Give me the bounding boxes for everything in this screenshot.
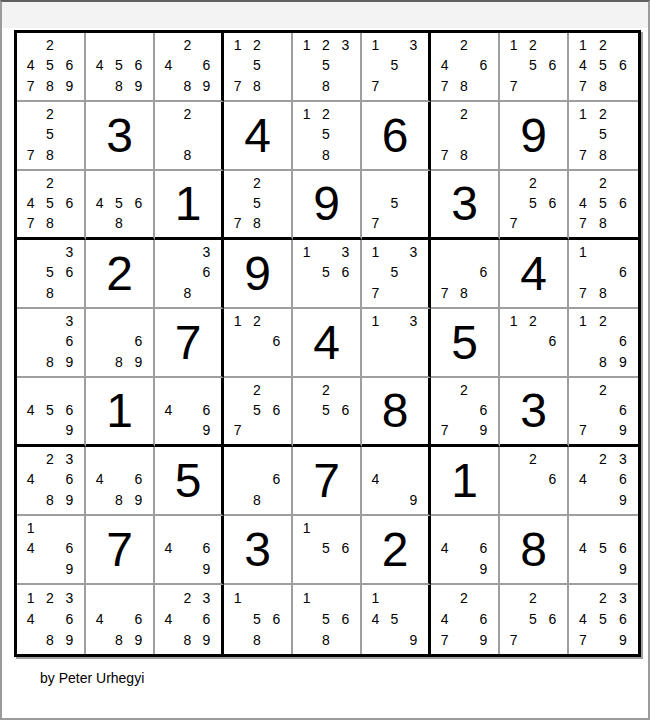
empty-mark-slot [454,629,473,650]
cell-r6c6[interactable]: 8 [362,378,431,447]
candidate-digit: 3 [404,242,423,262]
empty-mark-slot [543,490,562,510]
empty-mark-slot [90,35,109,55]
solved-digit: 4 [224,102,291,169]
cell-r4c4[interactable]: 9 [224,240,293,309]
cell-r1c6[interactable]: 1357 [362,33,431,102]
candidate-digit: 9 [197,629,216,650]
empty-mark-slot [474,145,493,165]
candidate-digit: 6 [613,262,633,282]
pencil-marks: 368 [155,240,221,307]
cell-r1c4[interactable]: 12578 [224,33,293,102]
cell-r5c5[interactable]: 4 [293,309,362,378]
pencil-marks: 2578 [224,171,291,237]
candidate-digit: 7 [435,629,454,650]
candidate-digit: 8 [247,213,266,233]
empty-mark-slot [109,35,128,55]
candidate-digit: 1 [573,311,593,331]
candidate-digit: 5 [385,193,404,213]
candidate-digit: 2 [523,311,542,331]
cell-r5c2[interactable]: 689 [86,309,155,378]
candidate-digit: 9 [404,629,423,650]
cell-r6c8[interactable]: 3 [500,378,569,447]
cell-r9c3[interactable]: 234689 [155,585,224,654]
candidate-digit: 8 [593,76,613,96]
cell-r3c4[interactable]: 2578 [224,171,293,240]
cell-r4c8[interactable]: 4 [500,240,569,309]
solved-digit: 3 [224,516,291,583]
empty-mark-slot [297,420,316,440]
empty-mark-slot [21,242,40,262]
empty-mark-slot [316,420,335,440]
pencil-marks: 1469 [17,516,84,583]
empty-mark-slot [228,449,247,469]
candidate-digit: 6 [543,193,562,213]
empty-mark-slot [228,331,247,351]
cell-r7c3[interactable]: 5 [155,447,224,516]
candidate-digit: 7 [573,283,593,303]
empty-mark-slot [247,469,266,489]
empty-mark-slot [109,331,128,351]
candidate-digit: 7 [21,76,40,96]
cell-r4c6[interactable]: 1357 [362,240,431,309]
cell-r5c6[interactable]: 13 [362,309,431,378]
empty-mark-slot [228,193,247,213]
empty-mark-slot [90,352,109,372]
empty-mark-slot [159,283,178,303]
pencil-marks: 2578 [17,102,84,169]
candidate-digit: 4 [90,608,109,629]
candidate-digit: 6 [60,331,79,351]
candidate-digit: 6 [197,400,216,420]
cell-r9c5[interactable]: 1568 [293,585,362,654]
candidate-digit: 2 [454,587,473,608]
empty-mark-slot [159,242,178,262]
cell-r3c6[interactable]: 57 [362,171,431,240]
empty-mark-slot [613,213,633,233]
cell-r8c8[interactable]: 8 [500,516,569,585]
candidate-digit: 2 [178,35,197,55]
empty-mark-slot [543,311,562,331]
cell-r4c9[interactable]: 1678 [569,240,638,309]
candidate-digit: 8 [178,629,197,650]
empty-mark-slot [60,518,79,538]
empty-mark-slot [297,400,316,420]
cell-r5c4[interactable]: 126 [224,309,293,378]
empty-mark-slot [178,55,197,75]
empty-mark-slot [435,35,454,55]
candidate-digit: 9 [613,629,633,650]
candidate-digit: 9 [613,559,633,579]
candidate-digit: 7 [435,283,454,303]
cell-r5c1[interactable]: 3689 [17,309,86,378]
empty-mark-slot [316,518,335,538]
candidate-digit: 4 [21,193,40,213]
candidate-digit: 9 [474,420,493,440]
empty-mark-slot [435,262,454,282]
solved-digit: 8 [500,516,567,583]
cell-r6c4[interactable]: 2567 [224,378,293,447]
candidate-digit: 9 [613,352,633,372]
candidate-digit: 4 [573,608,593,629]
solved-digit: 2 [86,240,153,307]
solved-digit: 9 [224,240,291,307]
cell-r9c6[interactable]: 1459 [362,585,431,654]
empty-mark-slot [385,587,404,608]
solved-digit: 1 [431,447,498,514]
empty-mark-slot [178,420,197,440]
candidate-digit: 8 [40,213,59,233]
candidate-digit: 2 [40,449,59,469]
cell-r8c2[interactable]: 7 [86,516,155,585]
cell-r1c5[interactable]: 12358 [293,33,362,102]
cell-r8c6[interactable]: 2 [362,516,431,585]
empty-mark-slot [228,352,247,372]
empty-mark-slot [336,420,355,440]
empty-mark-slot [159,76,178,96]
cell-r9c8[interactable]: 2567 [500,585,569,654]
candidate-digit: 6 [543,608,562,629]
candidate-digit: 2 [454,104,473,124]
empty-mark-slot [543,449,562,469]
cell-r2c2[interactable]: 3 [86,102,155,171]
cell-r1c8[interactable]: 12567 [500,33,569,102]
empty-mark-slot [21,352,40,372]
cell-r2c3[interactable]: 28 [155,102,224,171]
candidate-digit: 9 [404,490,423,510]
candidate-digit: 5 [109,55,128,75]
empty-mark-slot [21,490,40,510]
puzzle-window: 2456789456892468912578123581357246781256… [0,0,650,720]
candidate-digit: 8 [454,283,473,303]
candidate-digit: 1 [297,35,316,55]
cell-r2c5[interactable]: 1258 [293,102,362,171]
empty-mark-slot [573,449,593,469]
cell-r1c7[interactable]: 24678 [431,33,500,102]
cell-r7c5[interactable]: 7 [293,447,362,516]
empty-mark-slot [404,469,423,489]
empty-mark-slot [159,262,178,282]
pencil-marks: 4689 [86,447,153,514]
candidate-digit: 9 [197,420,216,440]
candidate-digit: 1 [297,242,316,262]
candidate-digit: 2 [454,35,473,55]
empty-mark-slot [593,559,613,579]
cell-r3c7[interactable]: 3 [431,171,500,240]
candidate-digit: 8 [593,213,613,233]
pencil-marks: 126 [224,309,291,376]
candidate-digit: 2 [523,449,542,469]
solved-digit: 3 [86,102,153,169]
cell-r3c2[interactable]: 4568 [86,171,155,240]
empty-mark-slot [573,380,593,400]
candidate-digit: 8 [109,76,128,96]
cell-r7c8[interactable]: 26 [500,447,569,516]
cell-r9c9[interactable]: 2345679 [569,585,638,654]
cell-r7c7[interactable]: 1 [431,447,500,516]
cell-r5c3[interactable]: 7 [155,309,224,378]
empty-mark-slot [336,380,355,400]
candidate-digit: 7 [435,145,454,165]
candidate-digit: 9 [129,490,148,510]
empty-mark-slot [197,380,216,400]
candidate-digit: 3 [197,242,216,262]
cell-r9c7[interactable]: 24679 [431,585,500,654]
cell-r6c5[interactable]: 256 [293,378,362,447]
cell-r8c3[interactable]: 469 [155,516,224,585]
cell-r3c5[interactable]: 9 [293,171,362,240]
cell-r4c1[interactable]: 3568 [17,240,86,309]
empty-mark-slot [435,380,454,400]
candidate-digit: 2 [593,173,613,193]
empty-mark-slot [267,213,286,233]
cell-r5c8[interactable]: 126 [500,309,569,378]
cell-r2c7[interactable]: 278 [431,102,500,171]
candidate-digit: 2 [593,587,613,608]
solved-digit: 8 [362,378,428,444]
candidate-digit: 6 [267,608,286,629]
cell-r2c9[interactable]: 12578 [569,102,638,171]
empty-mark-slot [435,518,454,538]
empty-mark-slot [613,518,633,538]
cell-r4c7[interactable]: 678 [431,240,500,309]
empty-mark-slot [523,490,542,510]
candidate-digit: 3 [613,449,633,469]
pencil-marks: 1356 [293,240,360,307]
candidate-digit: 1 [366,311,385,331]
solved-digit: 4 [500,240,567,307]
cell-r1c3[interactable]: 24689 [155,33,224,102]
candidate-digit: 6 [60,469,79,489]
candidate-digit: 6 [60,400,79,420]
empty-mark-slot [21,420,40,440]
cell-r4c5[interactable]: 1356 [293,240,362,309]
empty-mark-slot [474,76,493,96]
candidate-digit: 7 [573,145,593,165]
empty-mark-slot [385,35,404,55]
pencil-marks: 23469 [569,447,638,514]
cell-r7c4[interactable]: 68 [224,447,293,516]
empty-mark-slot [454,608,473,629]
candidate-digit: 1 [573,35,593,55]
candidate-digit: 6 [474,400,493,420]
candidate-digit: 4 [573,55,593,75]
cell-r8c9[interactable]: 4569 [569,516,638,585]
empty-mark-slot [504,469,523,489]
empty-mark-slot [336,55,355,75]
candidate-digit: 8 [316,629,335,650]
empty-mark-slot [543,629,562,650]
window-top-band [2,2,648,28]
empty-mark-slot [385,76,404,96]
cell-r7c9[interactable]: 23469 [569,447,638,516]
candidate-digit: 4 [159,538,178,558]
cell-r6c3[interactable]: 469 [155,378,224,447]
cell-r6c7[interactable]: 2679 [431,378,500,447]
cell-r1c1[interactable]: 2456789 [17,33,86,102]
cell-r6c2[interactable]: 1 [86,378,155,447]
candidate-digit: 8 [109,352,128,372]
pencil-marks: 256 [293,378,360,444]
empty-mark-slot [60,104,79,124]
empty-mark-slot [159,145,178,165]
empty-mark-slot [228,173,247,193]
empty-mark-slot [159,420,178,440]
candidate-digit: 2 [40,104,59,124]
candidate-digit: 6 [60,193,79,213]
cell-r4c3[interactable]: 368 [155,240,224,309]
empty-mark-slot [21,331,40,351]
empty-mark-slot [21,311,40,331]
candidate-digit: 7 [21,213,40,233]
empty-mark-slot [435,400,454,420]
empty-mark-slot [40,242,59,262]
empty-mark-slot [40,331,59,351]
candidate-digit: 1 [228,311,247,331]
cell-r8c5[interactable]: 156 [293,516,362,585]
candidate-digit: 3 [404,35,423,55]
candidate-digit: 5 [40,262,59,282]
candidate-digit: 4 [21,469,40,489]
candidate-digit: 8 [40,76,59,96]
candidate-digit: 1 [228,35,247,55]
cell-r3c3[interactable]: 1 [155,171,224,240]
cell-r8c4[interactable]: 3 [224,516,293,585]
candidate-digit: 8 [316,76,335,96]
candidate-digit: 9 [129,352,148,372]
candidate-digit: 8 [454,76,473,96]
pencil-marks: 469 [155,516,221,583]
candidate-digit: 4 [435,608,454,629]
empty-mark-slot [129,587,148,608]
empty-mark-slot [454,538,473,558]
empty-mark-slot [404,55,423,75]
empty-mark-slot [60,145,79,165]
candidate-digit: 7 [228,213,247,233]
candidate-digit: 9 [60,420,79,440]
candidate-digit: 8 [247,629,266,650]
pencil-marks: 13 [362,309,428,376]
empty-mark-slot [159,629,178,650]
empty-mark-slot [129,213,148,233]
empty-mark-slot [267,587,286,608]
solved-digit: 5 [431,309,498,376]
empty-mark-slot [159,104,178,124]
candidate-digit: 8 [178,145,197,165]
empty-mark-slot [228,380,247,400]
empty-mark-slot [197,104,216,124]
cell-r2c4[interactable]: 4 [224,102,293,171]
empty-mark-slot [159,587,178,608]
candidate-digit: 9 [613,420,633,440]
empty-mark-slot [523,469,542,489]
empty-mark-slot [474,242,493,262]
cell-r9c2[interactable]: 4689 [86,585,155,654]
empty-mark-slot [573,400,593,420]
cell-r6c1[interactable]: 4569 [17,378,86,447]
empty-mark-slot [404,331,423,351]
candidate-digit: 4 [159,608,178,629]
candidate-digit: 5 [385,608,404,629]
empty-mark-slot [366,490,385,510]
candidate-digit: 9 [60,490,79,510]
candidate-digit: 8 [109,213,128,233]
cell-r1c2[interactable]: 45689 [86,33,155,102]
cell-r2c1[interactable]: 2578 [17,102,86,171]
empty-mark-slot [474,283,493,303]
empty-mark-slot [109,587,128,608]
cell-r5c9[interactable]: 12689 [569,309,638,378]
cell-r5c7[interactable]: 5 [431,309,500,378]
pencil-marks: 2567 [500,171,567,237]
empty-mark-slot [228,629,247,650]
cell-r3c1[interactable]: 245678 [17,171,86,240]
empty-mark-slot [21,124,40,144]
cell-r7c2[interactable]: 4689 [86,447,155,516]
solved-digit: 7 [86,516,153,583]
empty-mark-slot [523,213,542,233]
pencil-marks: 2567 [224,378,291,444]
empty-mark-slot [613,311,633,331]
empty-mark-slot [474,124,493,144]
cell-r3c9[interactable]: 245678 [569,171,638,240]
empty-mark-slot [90,490,109,510]
candidate-digit: 1 [297,587,316,608]
cell-r7c1[interactable]: 234689 [17,447,86,516]
pencil-marks: 24679 [431,585,498,654]
candidate-digit: 2 [247,380,266,400]
cell-r6c9[interactable]: 2679 [569,378,638,447]
cell-r9c4[interactable]: 1568 [224,585,293,654]
candidate-digit: 1 [21,518,40,538]
empty-mark-slot [247,331,266,351]
candidate-digit: 4 [159,55,178,75]
candidate-digit: 9 [197,76,216,96]
empty-mark-slot [573,352,593,372]
pencil-marks: 245678 [17,171,84,237]
cell-r3c8[interactable]: 2567 [500,171,569,240]
empty-mark-slot [504,173,523,193]
candidate-digit: 4 [159,400,178,420]
empty-mark-slot [267,55,286,75]
candidate-digit: 5 [593,124,613,144]
cell-r9c1[interactable]: 1234689 [17,585,86,654]
empty-mark-slot [109,449,128,469]
cell-r1c9[interactable]: 1245678 [569,33,638,102]
cell-r8c7[interactable]: 469 [431,516,500,585]
candidate-digit: 4 [21,608,40,629]
empty-mark-slot [593,242,613,262]
candidate-digit: 2 [40,35,59,55]
empty-mark-slot [336,559,355,579]
candidate-digit: 3 [60,449,79,469]
candidate-digit: 3 [404,311,423,331]
empty-mark-slot [366,173,385,193]
cell-r7c6[interactable]: 49 [362,447,431,516]
cell-r2c8[interactable]: 9 [500,102,569,171]
empty-mark-slot [90,629,109,650]
candidate-digit: 7 [504,629,523,650]
candidate-digit: 2 [316,380,335,400]
empty-mark-slot [573,173,593,193]
cell-r4c2[interactable]: 2 [86,240,155,309]
pencil-marks: 1245678 [569,33,638,100]
candidate-digit: 1 [366,587,385,608]
cell-r2c6[interactable]: 6 [362,102,431,171]
candidate-digit: 2 [178,104,197,124]
empty-mark-slot [40,311,59,331]
cell-r8c1[interactable]: 1469 [17,516,86,585]
